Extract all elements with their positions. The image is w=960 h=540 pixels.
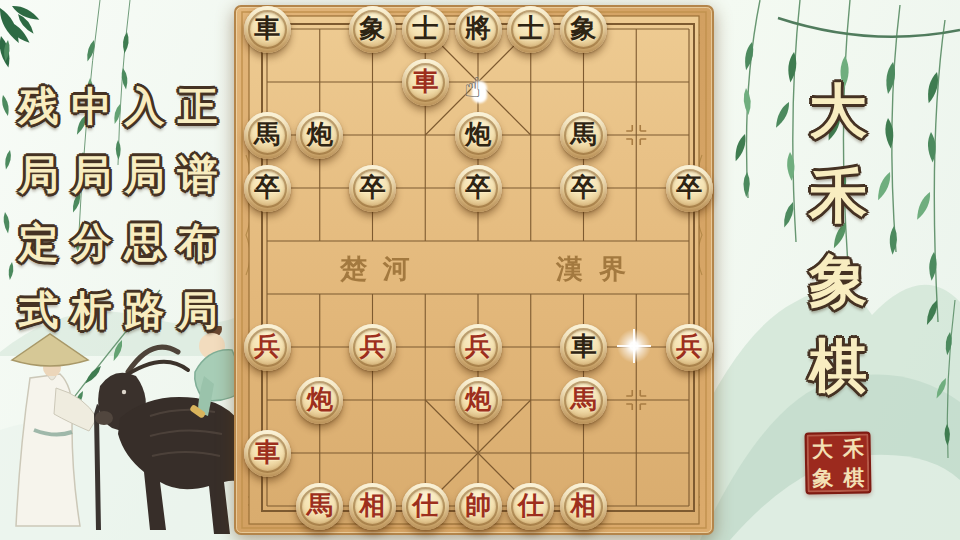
piece-char: 卒: [465, 174, 491, 200]
title-char: 棋: [809, 337, 867, 395]
piece-red-file4-rank10[interactable]: 仕: [402, 483, 449, 530]
piece-char: 象: [360, 15, 386, 41]
piece-red-file5-rank8[interactable]: 炮: [455, 377, 502, 424]
piece-char: 炮: [465, 121, 491, 147]
slogan-char: 分: [65, 208, 118, 276]
piece-char: 車: [254, 15, 280, 41]
piece-red-file6-rank10[interactable]: 仕: [507, 483, 554, 530]
piece-char: 馬: [571, 121, 597, 147]
piece-red-file5-rank10[interactable]: 帥: [455, 483, 502, 530]
slogan-char: 局: [65, 140, 118, 208]
slogan-char: 定: [12, 208, 65, 276]
piece-char: 卒: [571, 174, 597, 200]
slogan-char: 谱: [171, 140, 224, 208]
piece-black-file9-rank4[interactable]: 卒: [666, 165, 713, 212]
piece-char: 兵: [465, 333, 491, 359]
piece-char: 炮: [307, 386, 333, 412]
piece-black-file7-rank3[interactable]: 馬: [560, 112, 607, 159]
piece-char: 相: [360, 492, 386, 518]
piece-black-file7-rank4[interactable]: 卒: [560, 165, 607, 212]
river-label-chu: 楚河: [339, 253, 426, 284]
piece-char: 車: [412, 68, 438, 94]
piece-char: 馬: [254, 121, 280, 147]
piece-char: 車: [254, 439, 280, 465]
piece-red-file4-rank2[interactable]: 車: [402, 59, 449, 106]
piece-char: 卒: [254, 174, 280, 200]
old-man-figure: [12, 334, 101, 530]
piece-char: 士: [518, 15, 544, 41]
piece-char: 兵: [676, 333, 702, 359]
piece-black-file7-rank7[interactable]: 車: [560, 324, 607, 371]
slogan-char: 析: [65, 276, 118, 344]
piece-char: 仕: [518, 492, 544, 518]
piece-red-file1-rank7[interactable]: 兵: [244, 324, 291, 371]
piece-black-file1-rank3[interactable]: 馬: [244, 112, 291, 159]
piece-red-file7-rank8[interactable]: 馬: [560, 377, 607, 424]
slogan-char: 布: [171, 208, 224, 276]
slogan-char: 入: [118, 72, 171, 140]
title-char: 大: [809, 82, 867, 140]
piece-red-file5-rank7[interactable]: 兵: [455, 324, 502, 371]
slogan-char: 局: [12, 140, 65, 208]
piece-red-file2-rank8[interactable]: 炮: [296, 377, 343, 424]
title-char: 禾: [809, 167, 867, 225]
piece-char: 將: [465, 15, 491, 41]
piece-char: 相: [571, 492, 597, 518]
piece-char: 車: [571, 333, 597, 359]
hand-cursor-icon: ☝: [464, 74, 496, 108]
piece-black-file2-rank3[interactable]: 炮: [296, 112, 343, 159]
piece-black-file1-rank4[interactable]: 卒: [244, 165, 291, 212]
slogan-char: 局: [118, 140, 171, 208]
piece-black-file1-rank1[interactable]: 車: [244, 6, 291, 53]
piece-char: 炮: [307, 121, 333, 147]
piece-black-file6-rank1[interactable]: 士: [507, 6, 554, 53]
piece-char: 士: [412, 15, 438, 41]
piece-char: 帥: [465, 492, 491, 518]
sparkle-icon: [616, 328, 652, 364]
piece-black-file5-rank3[interactable]: 炮: [455, 112, 502, 159]
brand-seal-stamp: 大禾象棋: [804, 431, 871, 494]
piece-char: 馬: [571, 386, 597, 412]
piece-char: 象: [571, 15, 597, 41]
piece-red-file1-rank9[interactable]: 車: [244, 430, 291, 477]
piece-red-file2-rank10[interactable]: 馬: [296, 483, 343, 530]
slogan-char: 残: [12, 72, 65, 140]
slogan-char: 路: [118, 276, 171, 344]
left-slogan-text: 残中入正局局局谱定分思布式析路局: [12, 72, 224, 344]
buffalo-herdboy-illustration: [0, 326, 250, 540]
piece-char: 仕: [412, 492, 438, 518]
app-title-vertical: 大禾象棋: [804, 82, 872, 395]
seal-char: 禾: [837, 433, 869, 463]
slogan-char: 思: [118, 208, 171, 276]
piece-black-file3-rank1[interactable]: 象: [349, 6, 396, 53]
seal-char: 棋: [838, 462, 870, 492]
piece-black-file5-rank1[interactable]: 將: [455, 6, 502, 53]
river-label-han: 漢界: [555, 253, 642, 284]
piece-red-file7-rank10[interactable]: 相: [560, 483, 607, 530]
slogan-char: 中: [65, 72, 118, 140]
piece-black-file4-rank1[interactable]: 士: [402, 6, 449, 53]
piece-char: 兵: [360, 333, 386, 359]
slogan-char: 正: [171, 72, 224, 140]
seal-char: 大: [806, 434, 838, 464]
piece-red-file3-rank10[interactable]: 相: [349, 483, 396, 530]
piece-char: 卒: [360, 174, 386, 200]
piece-char: 兵: [254, 333, 280, 359]
title-char: 象: [809, 252, 867, 310]
piece-black-file5-rank4[interactable]: 卒: [455, 165, 502, 212]
piece-red-file3-rank7[interactable]: 兵: [349, 324, 396, 371]
piece-char: 馬: [307, 492, 333, 518]
piece-char: 炮: [465, 386, 491, 412]
seal-char: 象: [807, 463, 839, 493]
piece-red-file9-rank7[interactable]: 兵: [666, 324, 713, 371]
piece-char: 卒: [676, 174, 702, 200]
slogan-char: 局: [171, 276, 224, 344]
slogan-char: 式: [12, 276, 65, 344]
piece-black-file7-rank1[interactable]: 象: [560, 6, 607, 53]
piece-black-file3-rank4[interactable]: 卒: [349, 165, 396, 212]
